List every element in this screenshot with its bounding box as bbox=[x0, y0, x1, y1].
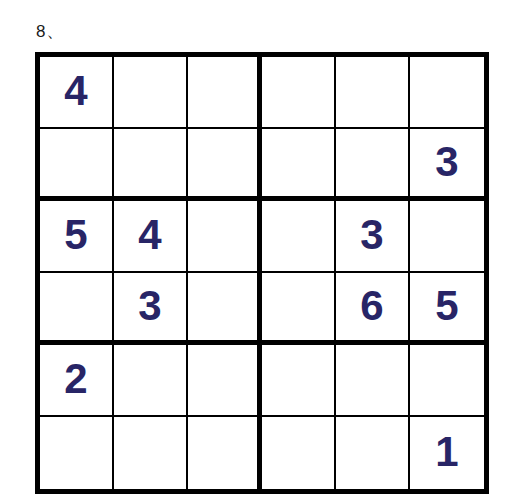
cell-r1c5[interactable] bbox=[336, 57, 410, 129]
cell-r1c3[interactable] bbox=[188, 57, 262, 129]
cell-r2c4[interactable] bbox=[262, 129, 336, 201]
cell-r1c6[interactable] bbox=[410, 57, 484, 129]
cell-r3c3[interactable] bbox=[188, 201, 262, 273]
cell-r2c6[interactable]: 3 bbox=[410, 129, 484, 201]
cell-r6c5[interactable] bbox=[336, 417, 410, 489]
cell-r3c5[interactable]: 3 bbox=[336, 201, 410, 273]
cell-r3c1[interactable]: 5 bbox=[40, 201, 114, 273]
cell-r1c2[interactable] bbox=[114, 57, 188, 129]
cell-r4c3[interactable] bbox=[188, 273, 262, 345]
cell-r2c3[interactable] bbox=[188, 129, 262, 201]
cell-r5c2[interactable] bbox=[114, 345, 188, 417]
cell-r5c1[interactable]: 2 bbox=[40, 345, 114, 417]
cell-r6c2[interactable] bbox=[114, 417, 188, 489]
cell-r5c4[interactable] bbox=[262, 345, 336, 417]
cell-r2c2[interactable] bbox=[114, 129, 188, 201]
cell-r6c3[interactable] bbox=[188, 417, 262, 489]
cell-r1c4[interactable] bbox=[262, 57, 336, 129]
puzzle-page: 8、 4354336521 bbox=[0, 0, 528, 499]
puzzle-number-label: 8、 bbox=[36, 22, 64, 42]
cell-r4c4[interactable] bbox=[262, 273, 336, 345]
cell-r3c4[interactable] bbox=[262, 201, 336, 273]
sudoku-board: 4354336521 bbox=[35, 52, 489, 494]
cell-r4c5[interactable]: 6 bbox=[336, 273, 410, 345]
cell-r4c2[interactable]: 3 bbox=[114, 273, 188, 345]
cell-r4c6[interactable]: 5 bbox=[410, 273, 484, 345]
cell-r6c4[interactable] bbox=[262, 417, 336, 489]
cell-r6c1[interactable] bbox=[40, 417, 114, 489]
cell-r1c1[interactable]: 4 bbox=[40, 57, 114, 129]
cell-r5c6[interactable] bbox=[410, 345, 484, 417]
cell-r5c3[interactable] bbox=[188, 345, 262, 417]
cell-r5c5[interactable] bbox=[336, 345, 410, 417]
cell-r3c6[interactable] bbox=[410, 201, 484, 273]
cell-r3c2[interactable]: 4 bbox=[114, 201, 188, 273]
cell-r2c1[interactable] bbox=[40, 129, 114, 201]
cell-r6c6[interactable]: 1 bbox=[410, 417, 484, 489]
cell-r2c5[interactable] bbox=[336, 129, 410, 201]
cell-r4c1[interactable] bbox=[40, 273, 114, 345]
